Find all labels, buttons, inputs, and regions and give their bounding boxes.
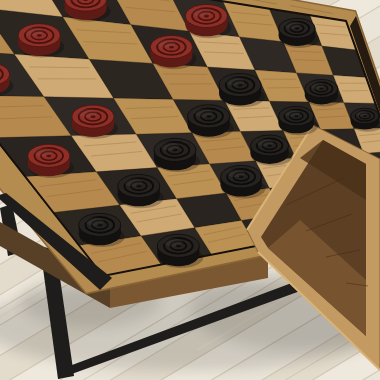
piece-highlight bbox=[192, 8, 211, 16]
piece-highlight bbox=[160, 142, 179, 150]
piece-highlight bbox=[284, 22, 300, 29]
scene-canvas bbox=[0, 0, 380, 380]
piece-highlight bbox=[310, 83, 325, 89]
piece-highlight bbox=[227, 169, 245, 177]
piece-highlight bbox=[284, 110, 300, 117]
piece-highlight bbox=[256, 139, 273, 146]
checker-black-4[interactable] bbox=[351, 108, 380, 132]
piece-highlight bbox=[78, 109, 97, 117]
piece-highlight bbox=[85, 217, 104, 225]
piece-highlight bbox=[355, 111, 368, 116]
piece-highlight bbox=[164, 238, 183, 246]
piece-highlight bbox=[194, 109, 213, 117]
piece-highlight bbox=[25, 28, 44, 36]
piece-highlight bbox=[124, 178, 143, 186]
piece-highlight bbox=[34, 148, 53, 156]
piece-highlight bbox=[157, 40, 176, 48]
checkers-table-scene bbox=[0, 0, 380, 380]
piece-highlight bbox=[225, 77, 244, 85]
